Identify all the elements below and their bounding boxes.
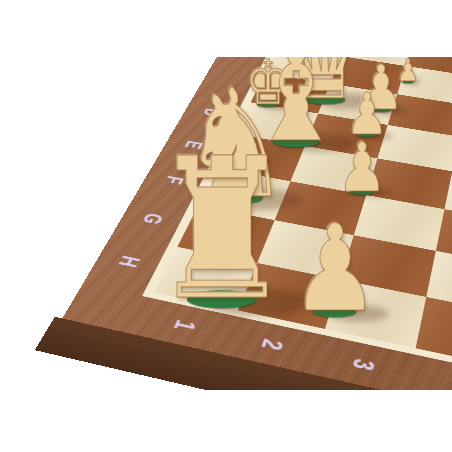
rook-glyph: ♜: [150, 132, 293, 327]
pawn-glyph: ♟: [337, 134, 387, 202]
board-photo: DEFGH123 ♛♚♝♞♜♟♟♟♟♟: [0, 57, 452, 390]
pieces-layer: ♛♚♝♞♜♟♟♟♟♟: [0, 57, 452, 390]
pawn-glyph: ♟: [291, 209, 379, 329]
photo-canvas: DEFGH123 ♛♚♝♞♜♟♟♟♟♟: [0, 0, 452, 452]
